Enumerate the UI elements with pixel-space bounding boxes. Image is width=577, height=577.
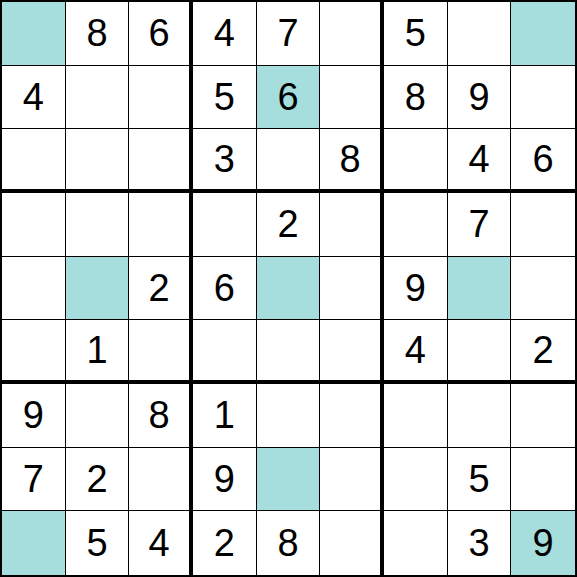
cell-r7c9[interactable] (511, 384, 575, 448)
cell-r6c7[interactable]: 4 (384, 320, 448, 384)
cell-r5c8[interactable] (448, 257, 512, 321)
cell-r5c4[interactable]: 6 (193, 257, 257, 321)
cell-r5c1[interactable] (2, 257, 66, 321)
cell-r8c4[interactable]: 9 (193, 448, 257, 512)
cell-r3c2[interactable] (66, 129, 130, 193)
cell-r3c4[interactable]: 3 (193, 129, 257, 193)
cell-r5c2[interactable] (66, 257, 130, 321)
cell-r9c5[interactable]: 8 (257, 511, 321, 575)
cell-r6c4[interactable] (193, 320, 257, 384)
cell-r6c1[interactable] (2, 320, 66, 384)
cell-r6c3[interactable] (129, 320, 193, 384)
cell-r6c6[interactable] (320, 320, 384, 384)
cell-r8c1[interactable]: 7 (2, 448, 66, 512)
cell-r7c5[interactable] (257, 384, 321, 448)
cell-r7c4[interactable]: 1 (193, 384, 257, 448)
cell-r1c6[interactable] (320, 2, 384, 66)
cell-r8c3[interactable] (129, 448, 193, 512)
cell-r1c1[interactable] (2, 2, 66, 66)
cell-r3c6[interactable]: 8 (320, 129, 384, 193)
cell-r7c8[interactable] (448, 384, 512, 448)
cell-r5c3[interactable]: 2 (129, 257, 193, 321)
cell-r5c7[interactable]: 9 (384, 257, 448, 321)
cell-r1c4[interactable]: 4 (193, 2, 257, 66)
cell-r4c3[interactable] (129, 193, 193, 257)
cell-r9c9[interactable]: 9 (511, 511, 575, 575)
cell-r9c8[interactable]: 3 (448, 511, 512, 575)
cell-r7c2[interactable] (66, 384, 130, 448)
cell-r3c9[interactable]: 6 (511, 129, 575, 193)
cell-r7c6[interactable] (320, 384, 384, 448)
cell-r3c1[interactable] (2, 129, 66, 193)
cell-r1c3[interactable]: 6 (129, 2, 193, 66)
cell-r8c6[interactable] (320, 448, 384, 512)
cell-r1c8[interactable] (448, 2, 512, 66)
cell-r7c1[interactable]: 9 (2, 384, 66, 448)
cell-r5c6[interactable] (320, 257, 384, 321)
cell-r1c5[interactable]: 7 (257, 2, 321, 66)
cell-r3c3[interactable] (129, 129, 193, 193)
cell-r2c5[interactable]: 6 (257, 66, 321, 130)
cell-r2c3[interactable] (129, 66, 193, 130)
cell-r2c9[interactable] (511, 66, 575, 130)
cell-r3c7[interactable] (384, 129, 448, 193)
cell-r2c1[interactable]: 4 (2, 66, 66, 130)
cell-r9c7[interactable] (384, 511, 448, 575)
cell-r4c1[interactable] (2, 193, 66, 257)
sudoku-board: 86475456893846272691429817295542839 (0, 0, 577, 577)
cell-r9c1[interactable] (2, 511, 66, 575)
cell-r8c7[interactable] (384, 448, 448, 512)
cell-r4c8[interactable]: 7 (448, 193, 512, 257)
cell-r1c9[interactable] (511, 2, 575, 66)
cell-r1c7[interactable]: 5 (384, 2, 448, 66)
cell-r4c2[interactable] (66, 193, 130, 257)
cell-r2c4[interactable]: 5 (193, 66, 257, 130)
cell-r5c5[interactable] (257, 257, 321, 321)
cell-r6c2[interactable]: 1 (66, 320, 130, 384)
cell-r9c6[interactable] (320, 511, 384, 575)
cell-r5c9[interactable] (511, 257, 575, 321)
cell-r8c2[interactable]: 2 (66, 448, 130, 512)
cell-r1c2[interactable]: 8 (66, 2, 130, 66)
cell-r9c3[interactable]: 4 (129, 511, 193, 575)
cell-r4c9[interactable] (511, 193, 575, 257)
cell-r7c3[interactable]: 8 (129, 384, 193, 448)
cell-r8c9[interactable] (511, 448, 575, 512)
cell-r4c7[interactable] (384, 193, 448, 257)
cell-r4c5[interactable]: 2 (257, 193, 321, 257)
cell-r4c6[interactable] (320, 193, 384, 257)
cell-r6c8[interactable] (448, 320, 512, 384)
cell-r8c5[interactable] (257, 448, 321, 512)
cell-r7c7[interactable] (384, 384, 448, 448)
cell-r2c7[interactable]: 8 (384, 66, 448, 130)
cell-r9c2[interactable]: 5 (66, 511, 130, 575)
cell-r6c5[interactable] (257, 320, 321, 384)
cell-r2c8[interactable]: 9 (448, 66, 512, 130)
cell-r6c9[interactable]: 2 (511, 320, 575, 384)
cell-r2c2[interactable] (66, 66, 130, 130)
cell-r2c6[interactable] (320, 66, 384, 130)
cell-r9c4[interactable]: 2 (193, 511, 257, 575)
cell-r8c8[interactable]: 5 (448, 448, 512, 512)
cell-r3c8[interactable]: 4 (448, 129, 512, 193)
cell-r3c5[interactable] (257, 129, 321, 193)
cell-r4c4[interactable] (193, 193, 257, 257)
